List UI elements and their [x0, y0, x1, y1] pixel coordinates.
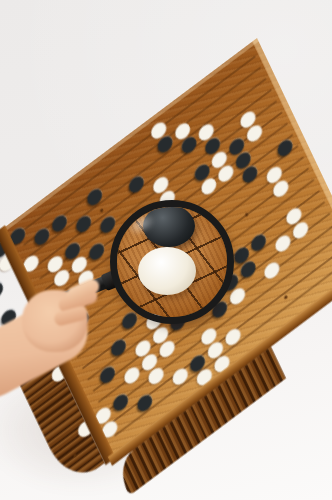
magnifying-glass: [110, 200, 234, 324]
go-stone-white: ●: [272, 229, 296, 256]
go-stone-black: ●: [107, 334, 131, 361]
go-stone-black: ●: [31, 223, 55, 250]
go-stone-black: ●: [134, 389, 158, 416]
go-stone-black: ●: [96, 361, 120, 388]
go-stone-black: ●: [274, 133, 298, 160]
star-point: [100, 208, 104, 213]
magnified-white-stone: [138, 247, 196, 295]
go-stone-white: ●: [169, 363, 193, 390]
star-point: [245, 212, 249, 217]
star-point: [284, 295, 288, 300]
go-stone-white: ●: [261, 256, 285, 283]
photo-scene: ●●●●●●●●●●●●●●●●●●●●●●●●●●●●●●●●●●●●●●●●…: [0, 0, 332, 500]
go-stone-black: ●: [83, 183, 107, 210]
go-stone-black: ●: [72, 210, 96, 237]
go-stone-white: ●: [121, 361, 145, 388]
go-stone-black: ●: [70, 305, 94, 332]
magnifier-glass: [117, 207, 227, 317]
go-stone-black: ●: [125, 170, 149, 197]
